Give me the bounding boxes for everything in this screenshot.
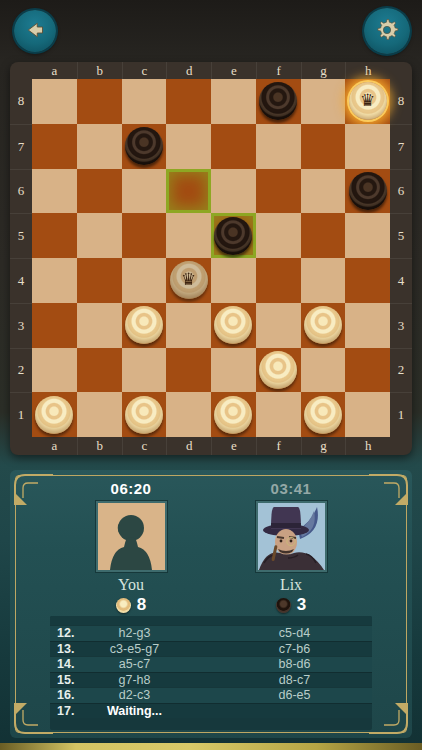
square-g6[interactable] (301, 169, 346, 214)
coordinate-label: 3 (390, 303, 412, 348)
coordinate-label: c (122, 437, 167, 455)
square-e5[interactable] (211, 213, 256, 258)
square-b4[interactable] (77, 258, 122, 303)
player-you-capture-count: 8 (137, 595, 146, 615)
square-e4[interactable] (211, 258, 256, 303)
square-a8[interactable] (32, 79, 77, 124)
coordinate-label: e (211, 62, 256, 79)
square-a3[interactable] (32, 303, 77, 348)
corner-ornament (368, 474, 408, 506)
square-f6[interactable] (256, 169, 301, 214)
player-opponent-capture-count: 3 (297, 595, 306, 615)
app-screen: abcdefgh 87654321 ♛♛ 87654321 abcdefgh 0… (0, 0, 422, 750)
square-h8[interactable]: ♛ (345, 79, 390, 124)
coordinate-label: c (122, 62, 167, 79)
move-number: 12. (50, 626, 97, 640)
black-checker-icon (276, 598, 291, 613)
silhouette-avatar-image (98, 503, 165, 570)
move-text: d6-e5 (257, 688, 332, 702)
portrait-avatar-image (258, 503, 325, 570)
square-a4[interactable] (32, 258, 77, 303)
white-man[interactable] (259, 351, 297, 389)
square-g4[interactable] (301, 258, 346, 303)
square-f1[interactable] (256, 392, 301, 437)
white-man[interactable] (214, 396, 252, 434)
square-b7[interactable] (77, 124, 122, 169)
square-c4[interactable] (122, 258, 167, 303)
coordinate-label: h (345, 437, 390, 455)
square-f7[interactable] (256, 124, 301, 169)
square-c5[interactable] (122, 213, 167, 258)
square-d8[interactable] (166, 79, 211, 124)
coordinate-label: h (345, 62, 390, 79)
player-you-name: You (118, 576, 144, 594)
corner-ornament (14, 474, 54, 506)
coordinate-label: 6 (10, 169, 32, 214)
square-a6[interactable] (32, 169, 77, 214)
coordinate-label: 4 (10, 258, 32, 303)
square-g3[interactable] (301, 303, 346, 348)
square-c3[interactable] (122, 303, 167, 348)
square-d7[interactable] (166, 124, 211, 169)
coordinate-label: 8 (10, 79, 32, 124)
coordinate-label: g (301, 437, 346, 455)
player-you-captures: 8 (116, 595, 146, 615)
white-man[interactable] (35, 396, 73, 434)
move-text: Waiting... (97, 704, 172, 718)
square-d3[interactable] (166, 303, 211, 348)
coordinate-label: f (256, 62, 301, 79)
square-f2[interactable] (256, 348, 301, 393)
coordinate-label: 6 (390, 169, 412, 214)
move-row-partial (50, 616, 372, 625)
gear-icon (374, 17, 400, 46)
square-b6[interactable] (77, 169, 122, 214)
coordinate-label: 2 (10, 348, 32, 393)
player-you-timer: 06:20 (111, 480, 152, 497)
white-checker-icon (116, 598, 131, 613)
white-man[interactable] (214, 306, 252, 344)
square-h7[interactable] (345, 124, 390, 169)
square-d1[interactable] (166, 392, 211, 437)
square-b3[interactable] (77, 303, 122, 348)
move-text: c3-e5-g7 (97, 642, 172, 656)
corner-ornament (368, 702, 408, 734)
move-text: a5-c7 (97, 657, 172, 671)
move-text: h2-g3 (97, 626, 172, 640)
move-text: d8-c7 (257, 673, 332, 687)
white-man[interactable] (125, 306, 163, 344)
coordinate-label: 5 (390, 213, 412, 258)
square-e6[interactable] (211, 169, 256, 214)
coordinate-label: d (166, 437, 211, 455)
square-c7[interactable] (122, 124, 167, 169)
coordinate-label: a (32, 62, 77, 79)
square-f4[interactable] (256, 258, 301, 303)
player-opponent-avatar (256, 501, 327, 572)
black-man[interactable] (349, 172, 387, 210)
square-b2[interactable] (77, 348, 122, 393)
board-frame-corner (10, 437, 32, 455)
coordinate-label: 3 (10, 303, 32, 348)
player-you-avatar (96, 501, 167, 572)
coordinate-label: e (211, 437, 256, 455)
square-f5[interactable] (256, 213, 301, 258)
white-man[interactable] (304, 306, 342, 344)
move-row: 16.d2-c3d6-e5 (50, 687, 372, 703)
move-row: 17.Waiting... (50, 703, 372, 719)
move-row: 13.c3-e5-g7c7-b6 (50, 641, 372, 657)
move-text: d2-c3 (97, 688, 172, 702)
ghost-white-king[interactable]: ♛ (170, 261, 208, 299)
square-g8[interactable] (301, 79, 346, 124)
black-man[interactable] (214, 217, 252, 255)
coordinate-label: 2 (390, 348, 412, 393)
settings-button[interactable] (364, 8, 410, 54)
move-text: c7-b6 (257, 642, 332, 656)
crown-icon: ♛ (181, 271, 196, 288)
square-f8[interactable] (256, 79, 301, 124)
move-row: 15.g7-h8d8-c7 (50, 672, 372, 688)
square-c2[interactable] (122, 348, 167, 393)
coordinate-label: 4 (390, 258, 412, 303)
square-a7[interactable] (32, 124, 77, 169)
square-b8[interactable] (77, 79, 122, 124)
square-a1[interactable] (32, 392, 77, 437)
square-h3[interactable] (345, 303, 390, 348)
file-labels-top: abcdefgh (32, 62, 390, 79)
coordinate-label: d (166, 62, 211, 79)
arrow-left-icon (23, 18, 47, 45)
black-man[interactable] (125, 127, 163, 165)
square-h5[interactable] (345, 213, 390, 258)
move-text: g7-h8 (97, 673, 172, 687)
move-number: 17. (50, 704, 97, 718)
square-e7[interactable] (211, 124, 256, 169)
square-e3[interactable] (211, 303, 256, 348)
move-number: 15. (50, 673, 97, 687)
corner-ornament (14, 702, 54, 734)
square-h6[interactable] (345, 169, 390, 214)
player-you-column: 06:20 You 8 (60, 480, 202, 615)
coordinate-label: 5 (10, 213, 32, 258)
rank-labels-right: 87654321 (390, 79, 412, 437)
move-list[interactable]: 12.h2-g3c5-d413.c3-e5-g7c7-b614.a5-c7b8-… (50, 616, 372, 730)
square-g5[interactable] (301, 213, 346, 258)
move-number: 16. (50, 688, 97, 702)
square-a5[interactable] (32, 213, 77, 258)
white-man[interactable] (125, 396, 163, 434)
checkers-board: abcdefgh 87654321 ♛♛ 87654321 abcdefgh (10, 62, 412, 455)
move-text: c5-d4 (257, 626, 332, 640)
square-b1[interactable] (77, 392, 122, 437)
back-button[interactable] (14, 10, 56, 52)
move-number: 13. (50, 642, 97, 656)
square-c6[interactable] (122, 169, 167, 214)
square-d5[interactable] (166, 213, 211, 258)
square-h2[interactable] (345, 348, 390, 393)
square-d6[interactable] (166, 169, 211, 214)
square-b5[interactable] (77, 213, 122, 258)
coordinate-label: 1 (10, 392, 32, 437)
file-labels-bottom: abcdefgh (32, 437, 390, 455)
crown-icon: ♛ (360, 92, 375, 109)
square-c1[interactable] (122, 392, 167, 437)
coordinate-label: a (32, 437, 77, 455)
black-man[interactable] (259, 82, 297, 120)
square-f3[interactable] (256, 303, 301, 348)
bottom-banner-strip (0, 743, 422, 750)
coordinate-label: f (256, 437, 301, 455)
square-d4[interactable]: ♛ (166, 258, 211, 303)
move-row: 12.h2-g3c5-d4 (50, 625, 372, 641)
coordinate-label: b (77, 62, 122, 79)
coordinate-label: 8 (390, 79, 412, 124)
coordinate-label: 7 (390, 124, 412, 169)
coordinate-label: b (77, 437, 122, 455)
coordinate-label: 1 (390, 392, 412, 437)
square-c8[interactable] (122, 79, 167, 124)
move-row: 14.a5-c7b8-d6 (50, 656, 372, 672)
square-e2[interactable] (211, 348, 256, 393)
move-number: 14. (50, 657, 97, 671)
board-squares: ♛♛ (32, 79, 390, 437)
player-opponent-column: 03:41 (220, 480, 362, 615)
board-frame-corner (390, 62, 412, 79)
square-e8[interactable] (211, 79, 256, 124)
square-h4[interactable] (345, 258, 390, 303)
rank-labels-left: 87654321 (10, 79, 32, 437)
game-info-panel: 06:20 You 8 03:41 (10, 470, 412, 738)
player-opponent-captures: 3 (276, 595, 306, 615)
player-opponent-name: Lix (280, 576, 302, 594)
white-king[interactable]: ♛ (349, 82, 387, 120)
square-h1[interactable] (345, 392, 390, 437)
square-g2[interactable] (301, 348, 346, 393)
square-g7[interactable] (301, 124, 346, 169)
board-frame-corner (10, 62, 32, 79)
square-a2[interactable] (32, 348, 77, 393)
coordinate-label: g (301, 62, 346, 79)
board-frame-corner (390, 437, 412, 455)
square-d2[interactable] (166, 348, 211, 393)
player-opponent-timer: 03:41 (271, 480, 312, 497)
move-text: b8-d6 (257, 657, 332, 671)
square-e1[interactable] (211, 392, 256, 437)
white-man[interactable] (304, 396, 342, 434)
square-g1[interactable] (301, 392, 346, 437)
coordinate-label: 7 (10, 124, 32, 169)
